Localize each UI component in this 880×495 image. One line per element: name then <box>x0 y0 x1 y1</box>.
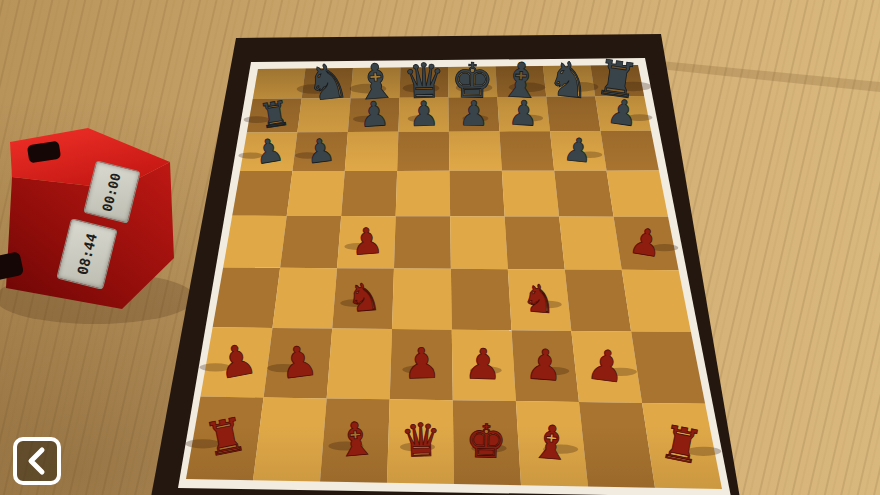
piece-red-pawn-d2[interactable]: ♟ <box>402 338 441 388</box>
piece-dark-pawn-g6[interactable]: ♟ <box>562 130 595 171</box>
piece-dark-pawn-d7[interactable]: ♟ <box>408 93 440 134</box>
piece-red-pawn-c4[interactable]: ♟ <box>349 220 384 263</box>
piece-dark-knight-b8[interactable]: ♞ <box>303 51 352 111</box>
clock-time-top: 00:00 <box>100 171 124 213</box>
piece-red-bishop-f1[interactable]: ♝ <box>528 414 574 471</box>
piece-red-pawn-b2[interactable]: ♟ <box>277 335 321 389</box>
piece-red-king-e1[interactable]: ♚ <box>465 414 508 469</box>
piece-dark-pawn-f7[interactable]: ♟ <box>507 92 540 134</box>
clock-time-bottom: 08:44 <box>74 232 100 277</box>
piece-red-pawn-f2[interactable]: ♟ <box>524 339 565 391</box>
piece-dark-knight-g8[interactable]: ♞ <box>545 49 593 109</box>
piece-red-knight-c3[interactable]: ♞ <box>345 274 382 321</box>
piece-dark-pawn-h7[interactable]: ♟ <box>605 90 641 134</box>
piece-red-pawn-e2[interactable]: ♟ <box>464 339 503 389</box>
piece-red-queen-d1[interactable]: ♛ <box>399 413 442 468</box>
game-screen: ♞♝♛♚♝♞♜♜♟♟♟♟♟♟♟♟♟♟♞♞♟♟♟♟♟♟♜♝♛♚♝♜ 00:00 0… <box>0 0 880 495</box>
piece-red-bishop-c1[interactable]: ♝ <box>333 411 379 468</box>
piece-red-knight-f3[interactable]: ♞ <box>520 276 557 322</box>
piece-dark-pawn-c7[interactable]: ♟ <box>357 93 390 135</box>
piece-dark-pawn-e7[interactable]: ♟ <box>458 93 489 133</box>
back-button[interactable] <box>13 437 61 485</box>
piece-red-pawn-h4[interactable]: ♟ <box>626 220 665 266</box>
back-chevron-icon <box>24 446 50 476</box>
piece-dark-pawn-b6[interactable]: ♟ <box>304 130 337 171</box>
board-scene: ♞♝♛♚♝♞♜♜♟♟♟♟♟♟♟♟♟♟♞♞♟♟♟♟♟♟♜♝♛♚♝♜ <box>0 0 880 495</box>
piece-dark-pawn-a6[interactable]: ♟ <box>252 130 286 172</box>
piece-red-pawn-g2[interactable]: ♟ <box>584 339 628 392</box>
